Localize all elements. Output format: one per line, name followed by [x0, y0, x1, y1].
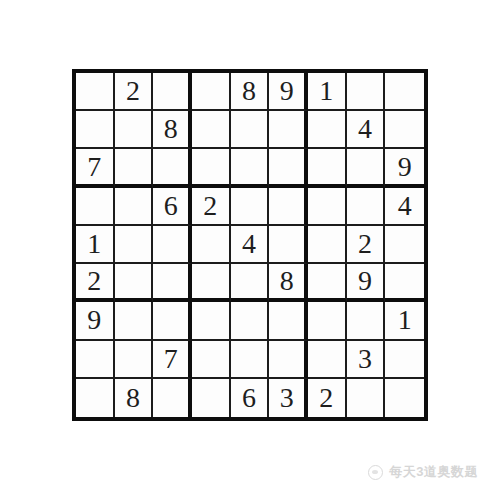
cell-r9c4	[192, 379, 231, 417]
cell-r5c4	[192, 226, 231, 264]
cell-r3c7	[308, 149, 347, 187]
cell-r7c5	[231, 302, 270, 340]
cell-r8c4	[192, 341, 231, 379]
cell-r5c9	[385, 226, 424, 264]
cell-r2c9	[385, 111, 424, 149]
cell-r9c9	[385, 379, 424, 417]
cell-r2c6	[269, 111, 308, 149]
cell-r1c1	[76, 73, 115, 111]
cell-r6c8-given: 9	[347, 264, 386, 302]
cell-r7c4	[192, 302, 231, 340]
cell-r2c7	[308, 111, 347, 149]
cell-r4c8	[347, 188, 386, 226]
cell-r4c3-given: 6	[153, 188, 192, 226]
cell-r8c1	[76, 341, 115, 379]
cell-r7c6	[269, 302, 308, 340]
cell-r9c8	[347, 379, 386, 417]
cell-r8c6	[269, 341, 308, 379]
cell-r2c1	[76, 111, 115, 149]
cell-r6c1-given: 2	[76, 264, 115, 302]
cell-r6c3	[153, 264, 192, 302]
cell-r7c3	[153, 302, 192, 340]
cell-r5c7	[308, 226, 347, 264]
cell-r4c4-given: 2	[192, 188, 231, 226]
cell-r2c4	[192, 111, 231, 149]
cell-r2c3-given: 8	[153, 111, 192, 149]
cell-r4c1	[76, 188, 115, 226]
cell-r8c3-given: 7	[153, 341, 192, 379]
cell-r3c4	[192, 149, 231, 187]
cell-r3c9-given: 9	[385, 149, 424, 187]
cell-r6c7	[308, 264, 347, 302]
cell-r8c9	[385, 341, 424, 379]
cell-r8c7	[308, 341, 347, 379]
cell-r4c7	[308, 188, 347, 226]
cell-r3c6	[269, 149, 308, 187]
cell-r9c1	[76, 379, 115, 417]
cell-r6c5	[231, 264, 270, 302]
cell-r2c5	[231, 111, 270, 149]
cell-r6c9	[385, 264, 424, 302]
watermark-text: 每天3道奥数题	[389, 463, 478, 481]
cell-r4c9-given: 4	[385, 188, 424, 226]
cell-r8c8-given: 3	[347, 341, 386, 379]
cell-r6c6-given: 8	[269, 264, 308, 302]
cell-r6c4	[192, 264, 231, 302]
cell-r4c5	[231, 188, 270, 226]
watermark: 每天3道奥数题	[368, 463, 478, 481]
cell-r1c8	[347, 73, 386, 111]
cell-r3c1-given: 7	[76, 149, 115, 187]
page: 2891847962414228991738632 每天3道奥数题	[0, 0, 500, 500]
cell-r3c2	[115, 149, 154, 187]
cell-r6c2	[115, 264, 154, 302]
cell-r5c3	[153, 226, 192, 264]
cell-r9c3	[153, 379, 192, 417]
cell-r9c7-given: 2	[308, 379, 347, 417]
cell-r4c2	[115, 188, 154, 226]
cell-r3c8	[347, 149, 386, 187]
cell-r1c3	[153, 73, 192, 111]
cell-r7c1-given: 9	[76, 302, 115, 340]
cell-r2c2	[115, 111, 154, 149]
cell-r3c3	[153, 149, 192, 187]
cell-r5c8-given: 2	[347, 226, 386, 264]
cell-r4c6	[269, 188, 308, 226]
cell-r1c4	[192, 73, 231, 111]
cell-r7c2	[115, 302, 154, 340]
cell-r7c9-given: 1	[385, 302, 424, 340]
cell-r3c5	[231, 149, 270, 187]
cell-r7c8	[347, 302, 386, 340]
cell-r5c2	[115, 226, 154, 264]
cell-r1c9	[385, 73, 424, 111]
cell-r7c7	[308, 302, 347, 340]
cell-r2c8-given: 4	[347, 111, 386, 149]
cell-r1c5-given: 8	[231, 73, 270, 111]
cell-r8c5	[231, 341, 270, 379]
cell-r1c7-given: 1	[308, 73, 347, 111]
cell-r5c1-given: 1	[76, 226, 115, 264]
cell-r9c2-given: 8	[115, 379, 154, 417]
cell-r8c2	[115, 341, 154, 379]
cell-r5c6	[269, 226, 308, 264]
cell-r1c6-given: 9	[269, 73, 308, 111]
publisher-logo-icon	[368, 465, 383, 480]
cell-r9c5-given: 6	[231, 379, 270, 417]
cell-r5c5-given: 4	[231, 226, 270, 264]
cell-r9c6-given: 3	[269, 379, 308, 417]
cell-r1c2-given: 2	[115, 73, 154, 111]
sudoku-board: 2891847962414228991738632	[72, 69, 428, 421]
